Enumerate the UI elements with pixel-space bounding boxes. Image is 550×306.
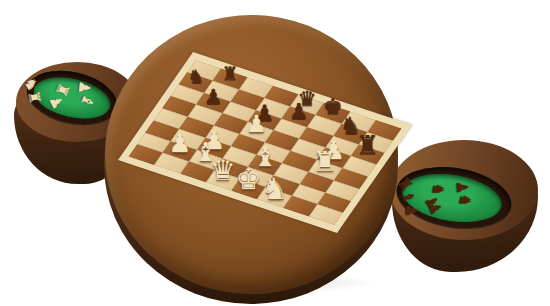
product-photo-stage: ♜♛♚♞♟♞♟♟♜♟♟♜♟♝♟♝♛♚♞ ♞♜♟♜♟♝♜♞♟♝♟♞♟♟ [0, 0, 550, 306]
piece-white-queen-d1[interactable]: ♛ [210, 158, 235, 186]
piece-dark-rook-h6[interactable]: ♜ [356, 134, 379, 160]
piece-white-pawn-d5[interactable]: ♟ [246, 113, 267, 137]
lying-piece-light-rook[interactable]: ♜ [25, 89, 42, 105]
lying-piece-dark-pawn[interactable]: ♟ [403, 204, 418, 218]
piece-white-pawn-b2[interactable]: ♟ [168, 131, 191, 156]
piece-white-king-e1[interactable]: ♚ [236, 165, 262, 194]
piece-dark-pawn-b6[interactable]: ♟ [204, 87, 223, 108]
piece-white-rook-g4[interactable]: ♜ [313, 148, 337, 175]
piece-white-knight-f1[interactable]: ♞ [261, 173, 288, 203]
piece-dark-pawn-e7[interactable]: ♟ [289, 99, 309, 121]
piece-dark-rook-b8[interactable]: ♜ [222, 65, 239, 84]
piece-dark-knight-a7[interactable]: ♞ [187, 68, 204, 87]
